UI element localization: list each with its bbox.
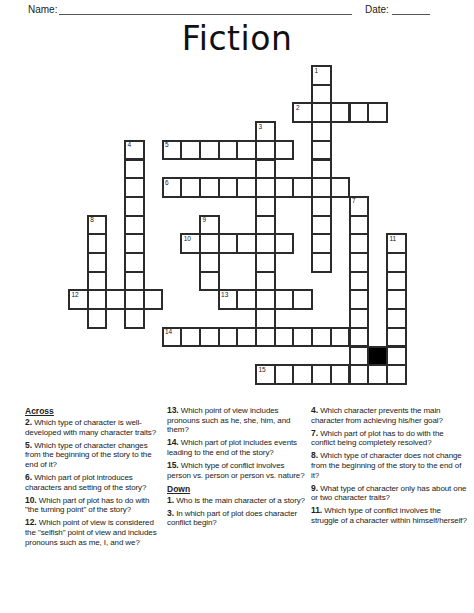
grid-cell[interactable] [311, 140, 332, 161]
clue-item: 11. Which type of conflict involves the … [311, 506, 468, 525]
grid-cell[interactable] [124, 233, 145, 254]
grid-cell[interactable]: 12 [68, 289, 89, 310]
clue-item: 6. Which part of plot introduces charact… [25, 473, 164, 492]
grid-cell[interactable] [349, 252, 370, 273]
black-cell [367, 346, 388, 367]
grid-cell[interactable] [87, 308, 108, 329]
grid-cell[interactable] [349, 346, 370, 367]
grid-cell[interactable] [199, 327, 220, 348]
grid-cell[interactable] [199, 271, 220, 292]
clue-item: 5. Which type of character changes from … [25, 441, 164, 470]
grid-cell[interactable] [180, 140, 201, 161]
grid-cell[interactable] [218, 140, 239, 161]
grid-cell[interactable] [311, 159, 332, 180]
grid-cell[interactable]: 4 [124, 140, 145, 161]
grid-cell[interactable] [349, 233, 370, 254]
clue-number: 14 [165, 328, 172, 336]
grid-cell[interactable] [386, 364, 407, 385]
grid-cell[interactable] [87, 271, 108, 292]
grid-cell[interactable]: 13 [218, 289, 239, 310]
name-blank-line [59, 2, 352, 15]
grid-cell[interactable] [143, 289, 164, 310]
clue-item: 10. Which part of plot has to do with "t… [25, 496, 164, 515]
clue-number: 5 [165, 141, 169, 149]
grid-cell[interactable]: 11 [386, 233, 407, 254]
grid-cell[interactable] [236, 233, 257, 254]
grid-cell[interactable] [124, 289, 145, 310]
grid-cell[interactable] [274, 140, 295, 161]
grid-cell[interactable] [274, 327, 295, 348]
grid-cell[interactable] [87, 289, 108, 310]
date-label: Date: [365, 4, 389, 15]
grid-cell[interactable] [199, 140, 220, 161]
clue-number: 11 [389, 235, 396, 243]
clue-number: 7 [352, 197, 356, 205]
grid-cell[interactable] [199, 177, 220, 198]
grid-cell[interactable] [255, 159, 276, 180]
clue-item: 1. Who is the main character of a story? [167, 496, 309, 506]
clue-number: 10 [184, 235, 191, 243]
clue-number: 6 [165, 179, 169, 187]
grid-cell[interactable] [330, 327, 351, 348]
clue-item: 13. Which point of view includes pronoun… [167, 406, 309, 435]
grid-cell[interactable] [124, 196, 145, 217]
clue-column: Across2. Which type of character is well… [25, 406, 164, 551]
grid-cell[interactable]: 1 [311, 65, 332, 86]
clue-number: 1 [315, 67, 319, 75]
grid-cell[interactable] [349, 308, 370, 329]
clue-column: 4. Which character prevents the main cha… [311, 406, 468, 529]
grid-cell[interactable]: 14 [162, 327, 183, 348]
grid-cell[interactable] [218, 233, 239, 254]
clue-item: 12. Which point of view is considered th… [25, 518, 164, 547]
grid-cell[interactable] [311, 215, 332, 236]
grid-cell[interactable] [274, 177, 295, 198]
grid-cell[interactable] [255, 177, 276, 198]
grid-cell[interactable] [255, 252, 276, 273]
clue-item: 7. Which part of plot has to do with the… [311, 429, 468, 448]
clue-number: 15 [259, 366, 266, 374]
grid-cell[interactable] [386, 308, 407, 329]
grid-cell[interactable]: 9 [199, 215, 220, 236]
grid-cell[interactable]: 6 [162, 177, 183, 198]
date-blank-line [392, 2, 430, 15]
grid-cell[interactable] [311, 327, 332, 348]
grid-cell[interactable]: 3 [255, 121, 276, 142]
grid-cell[interactable] [124, 215, 145, 236]
grid-cell[interactable] [311, 102, 332, 123]
grid-cell[interactable] [255, 140, 276, 161]
grid-cell[interactable] [311, 177, 332, 198]
grid-cell[interactable] [236, 177, 257, 198]
grid-cell[interactable] [292, 364, 313, 385]
grid-cell[interactable] [87, 252, 108, 273]
grid-cell[interactable] [349, 327, 370, 348]
grid-cell[interactable] [180, 177, 201, 198]
clue-column: 13. Which point of view includes pronoun… [167, 406, 309, 531]
grid-cell[interactable] [330, 102, 351, 123]
clue-number: 12 [72, 291, 79, 299]
grid-cell[interactable] [236, 289, 257, 310]
grid-cell[interactable]: 10 [180, 233, 201, 254]
grid-cell[interactable] [386, 327, 407, 348]
clue-number: 3 [259, 123, 263, 131]
crossword-board: 123456789101112131415 [68, 65, 405, 383]
grid-cell[interactable] [255, 271, 276, 292]
grid-cell[interactable] [218, 327, 239, 348]
grid-cell[interactable] [311, 121, 332, 142]
clue-number: 13 [221, 291, 228, 299]
grid-cell[interactable] [199, 233, 220, 254]
grid-cell[interactable] [311, 233, 332, 254]
clue-item: 3. In which part of plot does character … [167, 509, 309, 528]
grid-cell[interactable] [255, 289, 276, 310]
grid-cell[interactable] [292, 177, 313, 198]
grid-cell[interactable] [330, 177, 351, 198]
grid-cell[interactable] [124, 308, 145, 329]
grid-cell[interactable] [311, 252, 332, 273]
clue-number: 4 [128, 141, 132, 149]
grid-cell[interactable] [274, 364, 295, 385]
grid-cell[interactable] [386, 252, 407, 273]
grid-cell[interactable]: 2 [292, 102, 313, 123]
grid-cell[interactable] [255, 308, 276, 329]
grid-cell[interactable]: 15 [255, 364, 276, 385]
clue-section-header: Down [167, 484, 309, 494]
grid-cell[interactable] [349, 364, 370, 385]
grid-cell[interactable]: 5 [162, 140, 183, 161]
grid-cell[interactable] [349, 271, 370, 292]
grid-cell[interactable] [367, 364, 388, 385]
grid-cell[interactable] [311, 84, 332, 105]
clue-item: 4. Which character prevents the main cha… [311, 406, 468, 425]
grid-cell[interactable] [124, 271, 145, 292]
grid-cell[interactable] [349, 102, 370, 123]
grid-cell[interactable] [105, 289, 126, 310]
grid-cell[interactable] [274, 233, 295, 254]
clue-number: 8 [90, 216, 94, 224]
grid-cell[interactable] [236, 327, 257, 348]
grid-cell[interactable] [236, 140, 257, 161]
grid-cell[interactable] [311, 364, 332, 385]
name-label: Name: [28, 4, 57, 15]
grid-cell[interactable] [330, 364, 351, 385]
grid-cell[interactable] [255, 215, 276, 236]
grid-cell[interactable] [199, 252, 220, 273]
grid-cell[interactable] [124, 252, 145, 273]
grid-cell[interactable] [349, 289, 370, 310]
grid-cell[interactable]: 7 [349, 196, 370, 217]
grid-cell[interactable] [367, 102, 388, 123]
clue-item: 15. Which type of conflict involves pers… [167, 461, 309, 480]
clue-item: 2. Which type of character is well-devel… [25, 418, 164, 437]
clue-item: 8. Which type of character does not chan… [311, 451, 468, 480]
grid-cell[interactable] [180, 327, 201, 348]
grid-cell[interactable] [386, 346, 407, 367]
clue-section-header: Across [25, 406, 164, 416]
grid-cell[interactable] [255, 327, 276, 348]
grid-cell[interactable] [386, 289, 407, 310]
grid-cell[interactable] [124, 177, 145, 198]
clue-number: 2 [296, 104, 300, 112]
clue-item: 14. Which part of plot includes events l… [167, 438, 309, 457]
grid-cell[interactable] [292, 327, 313, 348]
grid-cell[interactable] [292, 289, 313, 310]
grid-cell[interactable] [124, 159, 145, 180]
clue-number: 9 [202, 216, 206, 224]
clue-item: 9. What type of character only has about… [311, 484, 468, 503]
grid-cell[interactable] [349, 215, 370, 236]
grid-cell[interactable] [274, 289, 295, 310]
grid-cell[interactable] [87, 233, 108, 254]
grid-cell[interactable] [255, 196, 276, 217]
puzzle-title: Fiction [0, 19, 474, 58]
grid-cell[interactable]: 8 [87, 215, 108, 236]
grid-cell[interactable] [255, 233, 276, 254]
grid-cell[interactable] [311, 196, 332, 217]
grid-cell[interactable] [218, 177, 239, 198]
grid-cell[interactable] [386, 271, 407, 292]
